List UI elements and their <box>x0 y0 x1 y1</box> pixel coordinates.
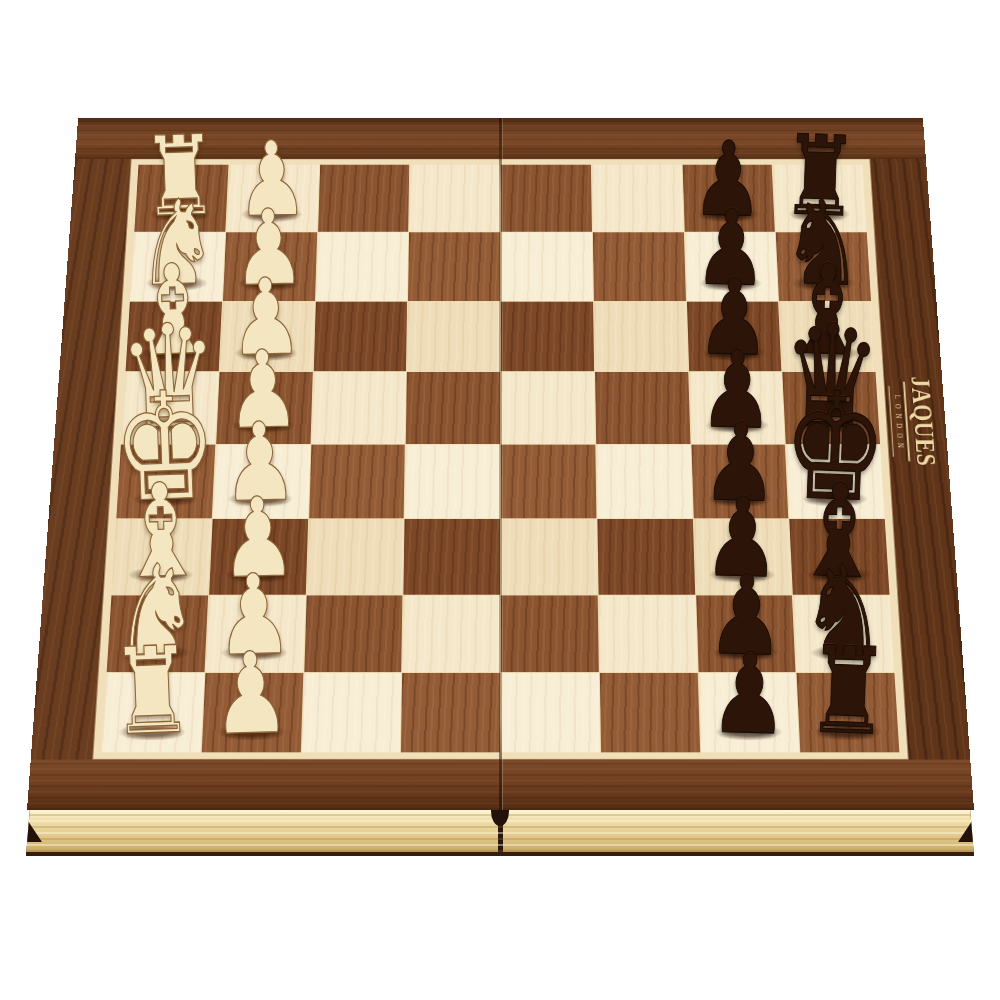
square-g3[interactable] <box>303 595 402 672</box>
piece-black-rook-h8[interactable]: ♜ <box>804 630 892 753</box>
square-d4[interactable] <box>405 372 499 444</box>
square-h4[interactable] <box>401 673 500 752</box>
piece-white-pawn-h2[interactable]: ♟ <box>211 637 292 751</box>
square-a4[interactable] <box>409 165 500 232</box>
square-h6[interactable] <box>599 673 699 752</box>
square-d6[interactable] <box>594 372 689 444</box>
brand-name: JAQUES <box>906 376 941 467</box>
square-a5[interactable] <box>500 165 591 232</box>
piece-black-pawn-h7[interactable]: ♟ <box>708 637 789 751</box>
folding-box-side <box>26 810 974 856</box>
square-b4[interactable] <box>408 232 500 300</box>
square-d5[interactable] <box>500 372 594 444</box>
square-a6[interactable] <box>591 165 683 232</box>
square-d3[interactable] <box>310 372 405 444</box>
square-e6[interactable] <box>595 445 691 519</box>
box-side-right-half <box>503 810 975 852</box>
square-g4[interactable] <box>402 595 500 672</box>
square-e4[interactable] <box>404 445 499 519</box>
square-b6[interactable] <box>592 232 685 300</box>
square-b5[interactable] <box>500 232 592 300</box>
square-g6[interactable] <box>598 595 697 672</box>
square-g5[interactable] <box>500 595 598 672</box>
chess-set-photo: JAQUES LONDON ♜♟♟♜♞♟♟♞♝♟♟♝♛♟♟♛♚♟♟♚♝♟♟♝♞♟… <box>0 0 1000 1000</box>
square-a3[interactable] <box>317 165 409 232</box>
square-f3[interactable] <box>306 519 404 594</box>
square-f4[interactable] <box>403 519 499 594</box>
piece-white-rook-h1[interactable]: ♜ <box>108 630 196 753</box>
board-hinge-seam <box>499 118 502 810</box>
square-c6[interactable] <box>593 301 687 371</box>
square-c5[interactable] <box>500 301 593 371</box>
brand-city: LONDON <box>888 386 906 457</box>
square-e3[interactable] <box>308 445 404 519</box>
square-f6[interactable] <box>597 519 695 594</box>
square-b3[interactable] <box>315 232 408 300</box>
square-h3[interactable] <box>301 673 401 752</box>
square-e5[interactable] <box>500 445 595 519</box>
square-h5[interactable] <box>500 673 599 752</box>
square-c3[interactable] <box>313 301 407 371</box>
brand-logo: JAQUES LONDON <box>888 376 941 467</box>
square-c4[interactable] <box>407 301 500 371</box>
square-f5[interactable] <box>500 519 596 594</box>
brand-rule <box>902 382 909 462</box>
